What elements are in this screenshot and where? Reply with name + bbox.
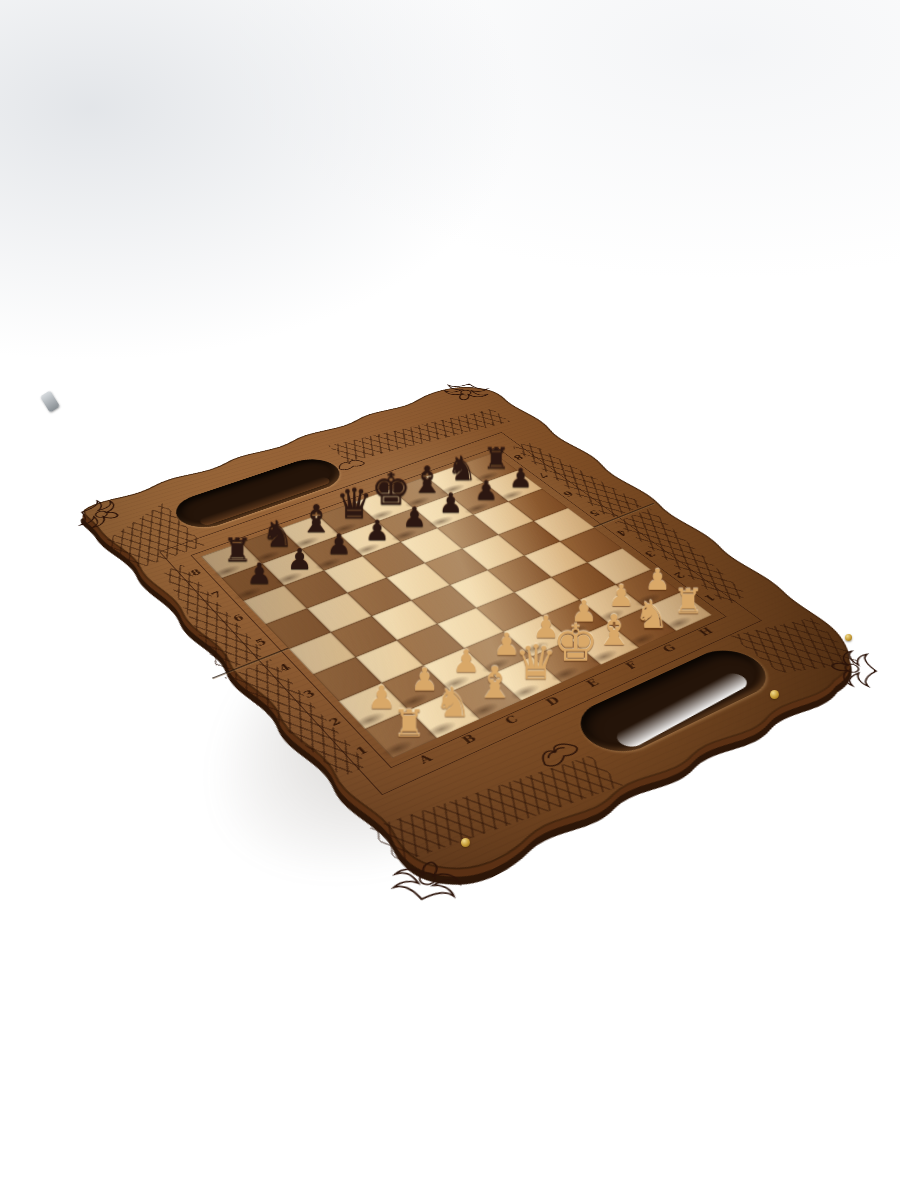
brass-pin [461,838,470,847]
dark-pawn-glyph: ♟ [224,560,294,589]
brass-pin [845,634,852,641]
light-rook-glyph: ♜ [370,705,450,743]
product-photo: 8877665544332211ABCDEFGH ♜♞♝♛♚♝♞♜♟♟♟♟♟♟♟… [0,0,900,1200]
brass-pin [770,690,779,699]
chess-case: 8877665544332211ABCDEFGH ♜♞♝♛♚♝♞♜♟♟♟♟♟♟♟… [50,372,900,927]
scene: 8877665544332211ABCDEFGH ♜♞♝♛♚♝♞♜♟♟♟♟♟♟♟… [0,0,900,1200]
